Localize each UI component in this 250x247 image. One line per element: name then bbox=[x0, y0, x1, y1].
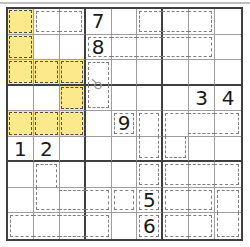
cell-r7c7[interactable] bbox=[163, 162, 189, 188]
given-digit-r9c6: 6 bbox=[137, 213, 161, 239]
cage-outline bbox=[165, 164, 189, 185]
cell-r3c4[interactable] bbox=[86, 60, 112, 86]
cell-r3c9[interactable] bbox=[215, 60, 241, 86]
cell-r6c1[interactable]: 1 bbox=[8, 137, 34, 163]
selection-outline bbox=[9, 36, 32, 59]
cage-outline bbox=[59, 190, 85, 211]
cell-r3c3[interactable] bbox=[60, 60, 86, 86]
cell-r8c9[interactable] bbox=[215, 188, 241, 214]
cell-r6c7[interactable] bbox=[163, 137, 189, 163]
cell-r1c5[interactable] bbox=[112, 9, 138, 35]
cage-outline bbox=[188, 37, 212, 58]
cell-r5c3[interactable] bbox=[60, 111, 86, 137]
given-digit-r5c5: 9 bbox=[112, 111, 137, 136]
cell-r6c6[interactable] bbox=[137, 137, 163, 163]
cell-r7c8[interactable] bbox=[189, 162, 215, 188]
cell-r7c9[interactable] bbox=[215, 162, 241, 188]
cell-r2c9[interactable] bbox=[215, 35, 241, 61]
cell-r4c4[interactable] bbox=[86, 86, 112, 112]
cage-outline bbox=[139, 113, 159, 137]
cage-outline bbox=[88, 62, 109, 85]
cage-outline bbox=[85, 215, 109, 237]
cell-r8c3[interactable] bbox=[60, 188, 86, 214]
selection-outline bbox=[61, 112, 83, 135]
sudoku-board: 783491256 bbox=[6, 7, 243, 241]
selection-outline bbox=[9, 112, 32, 135]
cell-r2c8[interactable] bbox=[189, 35, 215, 61]
cell-r4c1[interactable] bbox=[8, 86, 34, 112]
cage-outline bbox=[165, 113, 189, 137]
cell-r2c3[interactable] bbox=[60, 35, 86, 61]
cell-r9c6[interactable]: 6 bbox=[137, 213, 163, 239]
cell-r8c4[interactable] bbox=[86, 188, 112, 214]
cell-r5c8[interactable] bbox=[189, 111, 215, 137]
cell-r2c2[interactable] bbox=[34, 35, 60, 61]
cell-r7c6[interactable] bbox=[137, 162, 163, 188]
cage-outline bbox=[165, 215, 189, 237]
cell-r4c8[interactable]: 3 bbox=[189, 86, 215, 112]
selection-outline bbox=[35, 112, 58, 135]
cell-r7c3[interactable] bbox=[60, 162, 86, 188]
cage-outline bbox=[36, 11, 60, 32]
cell-r4c7[interactable] bbox=[163, 86, 189, 112]
selection-outline bbox=[61, 61, 83, 83]
cell-r8c7[interactable] bbox=[163, 188, 189, 214]
cell-r7c2[interactable] bbox=[34, 162, 60, 188]
cell-r9c2[interactable] bbox=[34, 213, 60, 239]
cell-r1c9[interactable] bbox=[215, 9, 241, 35]
cage-outline bbox=[165, 136, 186, 159]
cage-outline bbox=[162, 37, 189, 58]
selection-outline bbox=[35, 61, 58, 83]
cage-outline bbox=[10, 215, 34, 237]
cage-outline bbox=[59, 215, 85, 237]
cell-r2c4[interactable]: 8 bbox=[86, 35, 112, 61]
cage-outline bbox=[114, 190, 135, 211]
given-digit-r4c9: 4 bbox=[215, 86, 241, 111]
selection-outline bbox=[9, 61, 32, 83]
cage-outline bbox=[214, 164, 239, 185]
given-digit-r1c4: 7 bbox=[86, 9, 111, 34]
cage-outline bbox=[214, 113, 239, 134]
cage-outline bbox=[217, 212, 239, 237]
cage-outline bbox=[36, 164, 57, 188]
cage-outline bbox=[111, 37, 138, 58]
cell-r4c5[interactable] bbox=[112, 86, 138, 112]
cage-outline bbox=[217, 190, 239, 214]
cage-outline bbox=[139, 164, 159, 185]
given-digit-r2c4: 8 bbox=[86, 35, 111, 60]
cage-outline bbox=[188, 164, 215, 185]
selection-outline bbox=[9, 10, 32, 33]
cell-r9c1[interactable] bbox=[8, 213, 34, 239]
cell-r5c4[interactable] bbox=[86, 111, 112, 137]
cell-r5c1[interactable] bbox=[8, 111, 34, 137]
cage-outline bbox=[188, 11, 212, 32]
cell-r1c6[interactable] bbox=[137, 9, 163, 35]
cell-r3c5[interactable] bbox=[112, 60, 138, 86]
cell-r2c7[interactable] bbox=[163, 35, 189, 61]
given-digit-r4c8: 3 bbox=[189, 86, 214, 111]
cell-r4c2[interactable] bbox=[34, 86, 60, 112]
cell-r2c6[interactable] bbox=[137, 35, 163, 61]
cage-outline bbox=[188, 215, 212, 237]
cage-outline bbox=[188, 113, 215, 134]
cell-r8c1[interactable] bbox=[8, 188, 34, 214]
cage-outline bbox=[165, 190, 189, 211]
cell-r5c5[interactable]: 9 bbox=[112, 111, 138, 137]
cell-r5c2[interactable] bbox=[34, 111, 60, 137]
app-screen: 783491256 bbox=[0, 0, 250, 247]
cell-r9c4[interactable] bbox=[86, 213, 112, 239]
cell-r3c1[interactable] bbox=[8, 60, 34, 86]
cell-r8c2[interactable] bbox=[34, 188, 60, 214]
given-digit-r8c6: 5 bbox=[137, 188, 161, 213]
cell-r8c8[interactable] bbox=[189, 188, 215, 214]
cell-r9c9[interactable] bbox=[215, 213, 241, 239]
cage-outline bbox=[88, 85, 109, 109]
cell-r1c1[interactable] bbox=[8, 9, 34, 35]
cell-r5c6[interactable] bbox=[137, 111, 163, 137]
cell-r9c7[interactable] bbox=[163, 213, 189, 239]
cell-r1c3[interactable] bbox=[60, 9, 86, 35]
cell-r3c8[interactable] bbox=[189, 60, 215, 86]
cell-r9c8[interactable] bbox=[189, 213, 215, 239]
cage-outline bbox=[139, 136, 159, 159]
top-divider-line bbox=[0, 2, 250, 4]
cell-r8c5[interactable] bbox=[112, 188, 138, 214]
cell-r9c5[interactable] bbox=[112, 213, 138, 239]
cell-r9c3[interactable] bbox=[60, 213, 86, 239]
cage-outline bbox=[85, 190, 109, 211]
given-digit-r6c1: 1 bbox=[8, 137, 33, 161]
given-digit-r6c2: 2 bbox=[34, 137, 59, 161]
cage-outline bbox=[188, 190, 212, 211]
cell-r7c4[interactable] bbox=[86, 162, 112, 188]
cell-r1c2[interactable] bbox=[34, 9, 60, 35]
cage-outline bbox=[59, 11, 82, 32]
cell-r6c2[interactable]: 2 bbox=[34, 137, 60, 163]
cell-r4c6[interactable] bbox=[137, 86, 163, 112]
cage-outline bbox=[33, 215, 60, 237]
cell-r6c5[interactable] bbox=[112, 137, 138, 163]
cell-r4c9[interactable]: 4 bbox=[215, 86, 241, 112]
cell-r7c5[interactable] bbox=[112, 162, 138, 188]
cell-r8c6[interactable]: 5 bbox=[137, 188, 163, 214]
cage-outline bbox=[36, 187, 60, 211]
cell-r6c3[interactable] bbox=[60, 137, 86, 163]
cage-outline bbox=[162, 11, 189, 32]
cell-r6c4[interactable] bbox=[86, 137, 112, 163]
selection-outline bbox=[61, 87, 83, 110]
cell-r5c7[interactable] bbox=[163, 111, 189, 137]
cell-r3c7[interactable] bbox=[163, 60, 189, 86]
cell-r3c6[interactable] bbox=[137, 60, 163, 86]
cell-r1c8[interactable] bbox=[189, 9, 215, 35]
cell-r1c7[interactable] bbox=[163, 9, 189, 35]
cell-r2c5[interactable] bbox=[112, 35, 138, 61]
cage-outline bbox=[136, 37, 162, 58]
cell-r4c3[interactable] bbox=[60, 86, 86, 112]
cell-r3c2[interactable] bbox=[34, 60, 60, 86]
cell-r5c9[interactable] bbox=[215, 111, 241, 137]
cell-r6c9[interactable] bbox=[215, 137, 241, 163]
cell-r1c4[interactable]: 7 bbox=[86, 9, 112, 35]
cell-r7c1[interactable] bbox=[8, 162, 34, 188]
cell-r6c8[interactable] bbox=[189, 137, 215, 163]
cell-r2c1[interactable] bbox=[8, 35, 34, 61]
cage-outline bbox=[139, 11, 162, 32]
